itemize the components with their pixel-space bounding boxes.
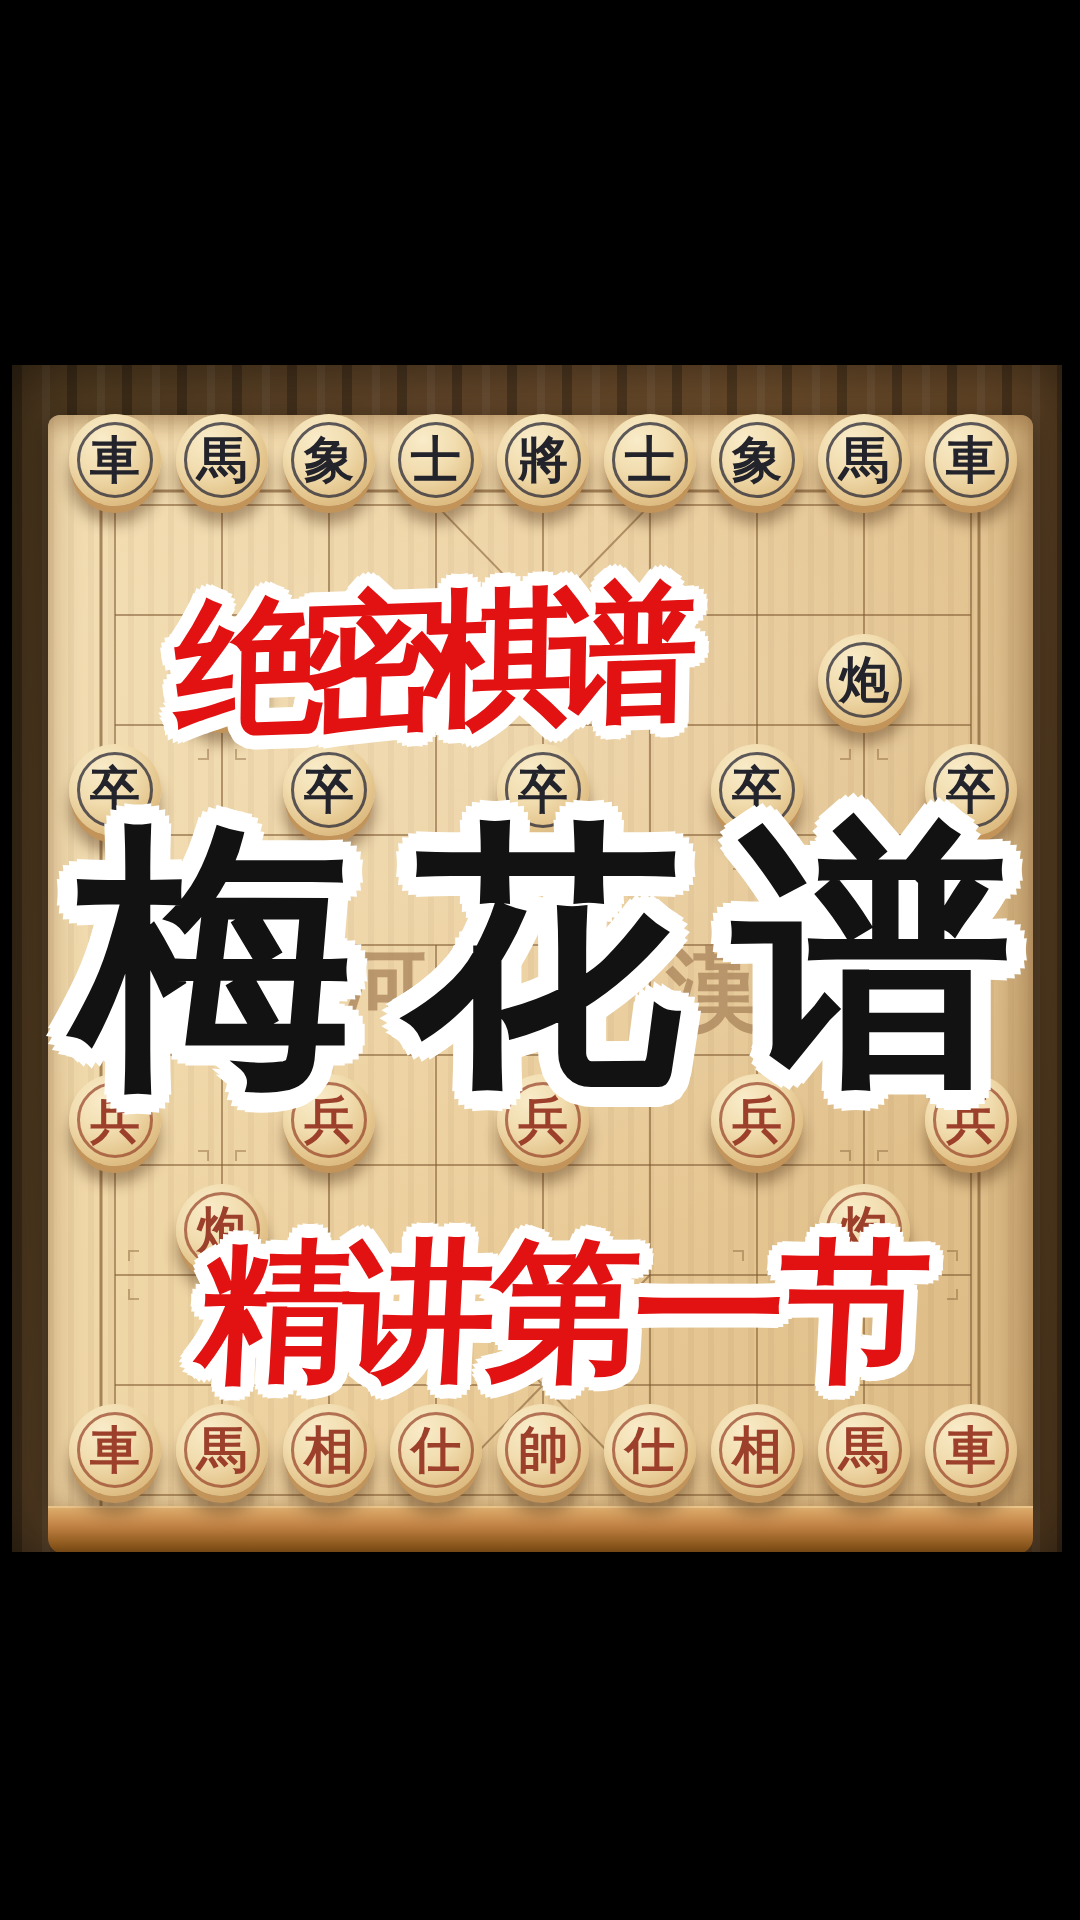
- piece-glyph: 將: [497, 414, 589, 506]
- piece-black-c-r2c7[interactable]: 炮: [818, 634, 910, 726]
- piece-red-n-r9c7[interactable]: 馬: [818, 1404, 910, 1496]
- piece-black-a-r0c3[interactable]: 士: [390, 414, 482, 506]
- piece-red-a-r9c3[interactable]: 仕: [390, 1404, 482, 1496]
- piece-red-r-r9c8[interactable]: 車: [925, 1404, 1017, 1496]
- piece-black-n-r0c7[interactable]: 馬: [818, 414, 910, 506]
- piece-glyph: 馬: [176, 414, 268, 506]
- piece-black-r-r0c0[interactable]: 車: [69, 414, 161, 506]
- piece-glyph: 士: [604, 414, 696, 506]
- piece-red-a-r9c5[interactable]: 仕: [604, 1404, 696, 1496]
- piece-glyph: 馬: [176, 1404, 268, 1496]
- piece-glyph: 馬: [818, 414, 910, 506]
- piece-black-n-r0c1[interactable]: 馬: [176, 414, 268, 506]
- piece-glyph: 士: [390, 414, 482, 506]
- piece-red-n-r9c1[interactable]: 馬: [176, 1404, 268, 1496]
- caption-top-secret-manual: 绝密棋谱: [174, 577, 676, 743]
- piece-red-b-r9c2[interactable]: 相: [283, 1404, 375, 1496]
- piece-glyph: 仕: [604, 1404, 696, 1496]
- piece-glyph: 炮: [818, 634, 910, 726]
- caption-lecture-episode: 精讲第一节: [195, 1235, 928, 1387]
- piece-red-k-r9c4[interactable]: 帥: [497, 1404, 589, 1496]
- piece-red-r-r9c0[interactable]: 車: [69, 1404, 161, 1496]
- piece-glyph: 相: [711, 1404, 803, 1496]
- piece-black-a-r0c5[interactable]: 士: [604, 414, 696, 506]
- board-front-edge: [48, 1506, 1033, 1554]
- piece-black-b-r0c6[interactable]: 象: [711, 414, 803, 506]
- screenshot-root: 河 漢 車馬象士將士象馬車炮炮卒卒卒卒卒兵兵兵兵兵炮炮車馬相仕帥仕相馬車 绝密棋…: [0, 0, 1080, 1920]
- piece-glyph: 象: [283, 414, 375, 506]
- piece-glyph: 車: [925, 414, 1017, 506]
- piece-glyph: 仕: [390, 1404, 482, 1496]
- piece-glyph: 相: [283, 1404, 375, 1496]
- piece-glyph: 車: [69, 1404, 161, 1496]
- letterbox-bottom: [0, 1552, 1080, 1920]
- piece-glyph: 帥: [497, 1404, 589, 1496]
- title-plum-blossom-manual: 梅花谱: [74, 817, 1064, 1095]
- piece-glyph: 車: [69, 414, 161, 506]
- piece-black-r-r0c8[interactable]: 車: [925, 414, 1017, 506]
- piece-red-b-r9c6[interactable]: 相: [711, 1404, 803, 1496]
- letterbox-top: [0, 0, 1080, 365]
- piece-glyph: 象: [711, 414, 803, 506]
- piece-black-b-r0c2[interactable]: 象: [283, 414, 375, 506]
- piece-black-k-r0c4[interactable]: 將: [497, 414, 589, 506]
- piece-glyph: 車: [925, 1404, 1017, 1496]
- piece-glyph: 馬: [818, 1404, 910, 1496]
